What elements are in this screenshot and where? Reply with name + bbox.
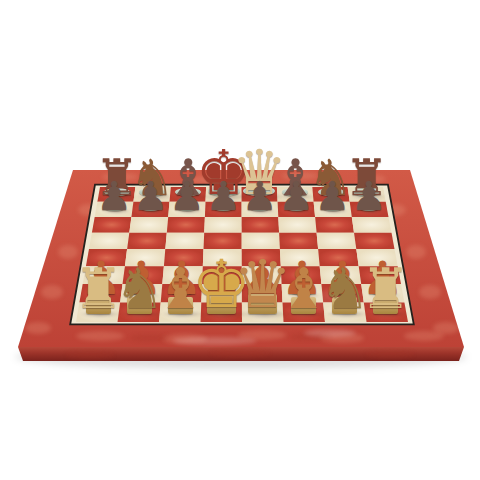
square-a4[interactable] (86, 249, 127, 266)
square-h5[interactable] (354, 233, 395, 249)
square-c5[interactable] (165, 233, 204, 249)
square-h6[interactable] (352, 217, 392, 233)
square-h3[interactable] (359, 266, 401, 284)
square-f3[interactable] (281, 266, 322, 284)
square-b8[interactable] (133, 187, 170, 202)
square-c3[interactable] (162, 266, 203, 284)
square-b6[interactable] (129, 217, 168, 233)
square-d6[interactable] (204, 217, 242, 233)
square-d5[interactable] (204, 233, 242, 249)
square-e8[interactable] (242, 187, 278, 202)
square-e2[interactable] (242, 284, 283, 303)
square-c1[interactable] (159, 303, 201, 322)
square-a2[interactable] (79, 284, 122, 303)
square-f8[interactable] (277, 187, 314, 202)
square-d7[interactable] (205, 202, 242, 217)
square-d4[interactable] (203, 249, 242, 266)
square-a1[interactable] (76, 303, 120, 322)
square-d2[interactable] (201, 284, 242, 303)
square-c2[interactable] (161, 284, 202, 303)
square-b7[interactable] (131, 202, 169, 217)
square-e7[interactable] (242, 202, 279, 217)
square-g3[interactable] (320, 266, 362, 284)
square-f5[interactable] (279, 233, 318, 249)
square-h4[interactable] (356, 249, 397, 266)
square-g5[interactable] (317, 233, 357, 249)
square-f7[interactable] (278, 202, 316, 217)
square-a7[interactable] (95, 202, 134, 217)
chessboard (0, 0, 480, 480)
square-d8[interactable] (206, 187, 242, 202)
square-e4[interactable] (242, 249, 281, 266)
square-e6[interactable] (242, 217, 280, 233)
square-b5[interactable] (127, 233, 167, 249)
square-h8[interactable] (348, 187, 386, 202)
square-f4[interactable] (280, 249, 320, 266)
square-e5[interactable] (242, 233, 280, 249)
square-h1[interactable] (364, 303, 408, 322)
square-b2[interactable] (120, 284, 162, 303)
square-c8[interactable] (170, 187, 207, 202)
gloss-highlight (296, 290, 364, 310)
square-a5[interactable] (89, 233, 129, 249)
square-b4[interactable] (125, 249, 165, 266)
square-e1[interactable] (242, 303, 284, 322)
square-c7[interactable] (168, 202, 205, 217)
square-h2[interactable] (361, 284, 404, 303)
square-b3[interactable] (123, 266, 164, 284)
square-g4[interactable] (318, 249, 359, 266)
square-b1[interactable] (118, 303, 161, 322)
square-h7[interactable] (350, 202, 389, 217)
square-a8[interactable] (97, 187, 135, 202)
square-a6[interactable] (92, 217, 131, 233)
square-c4[interactable] (164, 249, 204, 266)
square-d1[interactable] (201, 303, 243, 322)
square-a3[interactable] (83, 266, 125, 284)
square-e3[interactable] (242, 266, 282, 284)
square-g7[interactable] (314, 202, 352, 217)
square-f6[interactable] (278, 217, 316, 233)
square-g6[interactable] (315, 217, 354, 233)
chess-set-product-photo: ♜♞♝♚♛♝♞♜♟♟♟♟♟♟♟♟♟♟♟♟♟♟♟♟♜♞♝♚♛♝♞♜ (0, 0, 480, 480)
square-c6[interactable] (167, 217, 205, 233)
square-d3[interactable] (202, 266, 242, 284)
square-g8[interactable] (312, 187, 349, 202)
